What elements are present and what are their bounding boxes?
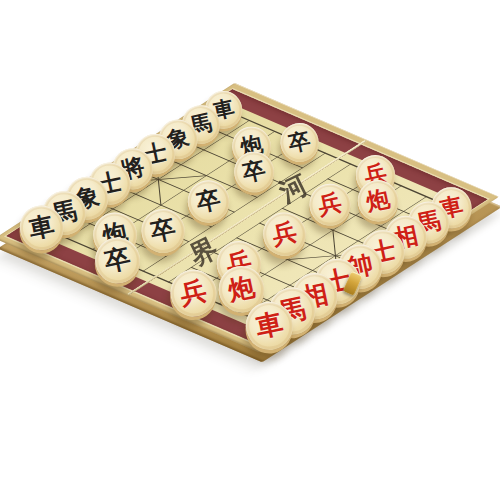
intersection-c9r8[interactable]: 車 <box>246 313 294 339</box>
board-grid: 車卒兵車馬炮炮馬象卒兵相士士將卒兵帥士士象卒兵相馬炮炮馬車卒兵車 <box>18 97 476 339</box>
xiangqi-board: 河 界 車卒兵車馬炮炮馬象卒兵相士士將卒兵帥士士象卒兵相馬炮炮馬車卒兵車 <box>0 83 499 352</box>
product-photo-scene: 河 界 車卒兵車馬炮炮馬象卒兵相士士將卒兵帥士士象卒兵相馬炮炮馬車卒兵車 <box>0 0 500 500</box>
